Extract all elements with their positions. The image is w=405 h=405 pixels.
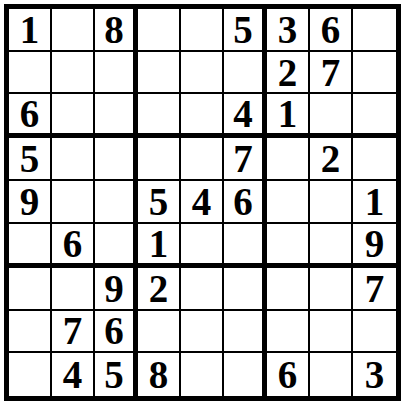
sudoku-cell-r6c3[interactable] bbox=[95, 224, 138, 268]
sudoku-cell-r1c7[interactable]: 3 bbox=[267, 9, 310, 52]
sudoku-cell-r9c4[interactable]: 8 bbox=[138, 353, 181, 396]
sudoku-cell-r1c4[interactable] bbox=[138, 9, 181, 52]
sudoku-cell-r8c5[interactable] bbox=[181, 311, 224, 354]
sudoku-cell-r5c4[interactable]: 5 bbox=[138, 181, 181, 224]
sudoku-cell-r2c2[interactable] bbox=[52, 52, 95, 95]
sudoku-cell-r5c2[interactable] bbox=[52, 181, 95, 224]
sudoku-cell-r6c4[interactable]: 1 bbox=[138, 224, 181, 268]
sudoku-cell-r5c8[interactable] bbox=[310, 181, 353, 224]
sudoku-cell-r3c3[interactable] bbox=[95, 94, 138, 138]
sudoku-cell-r4c5[interactable] bbox=[181, 138, 224, 181]
sudoku-cell-r2c5[interactable] bbox=[181, 52, 224, 95]
sudoku-cell-r7c4[interactable]: 2 bbox=[138, 268, 181, 311]
sudoku-cell-r8c2[interactable]: 7 bbox=[52, 311, 95, 354]
sudoku-cell-r4c4[interactable] bbox=[138, 138, 181, 181]
sudoku-cell-r5c5[interactable]: 4 bbox=[181, 181, 224, 224]
sudoku-cell-r3c6[interactable]: 4 bbox=[224, 94, 267, 138]
sudoku-cell-r5c7[interactable] bbox=[267, 181, 310, 224]
sudoku-cell-r3c5[interactable] bbox=[181, 94, 224, 138]
sudoku-cell-r2c8[interactable]: 7 bbox=[310, 52, 353, 95]
sudoku-cell-r7c7[interactable] bbox=[267, 268, 310, 311]
sudoku-cell-r7c3[interactable]: 9 bbox=[95, 268, 138, 311]
sudoku-cell-r9c3[interactable]: 5 bbox=[95, 353, 138, 396]
sudoku-cell-r8c3[interactable]: 6 bbox=[95, 311, 138, 354]
sudoku-cell-r6c7[interactable] bbox=[267, 224, 310, 268]
sudoku-cell-r7c6[interactable] bbox=[224, 268, 267, 311]
sudoku-cell-r1c2[interactable] bbox=[52, 9, 95, 52]
sudoku-cell-r8c4[interactable] bbox=[138, 311, 181, 354]
sudoku-cell-r1c5[interactable] bbox=[181, 9, 224, 52]
sudoku-cell-r3c8[interactable] bbox=[310, 94, 353, 138]
sudoku-cell-r8c6[interactable] bbox=[224, 311, 267, 354]
sudoku-cell-r7c1[interactable] bbox=[9, 268, 52, 311]
sudoku-cell-r2c3[interactable] bbox=[95, 52, 138, 95]
sudoku-cell-r7c8[interactable] bbox=[310, 268, 353, 311]
sudoku-cell-r4c6[interactable]: 7 bbox=[224, 138, 267, 181]
sudoku-cell-r9c2[interactable]: 4 bbox=[52, 353, 95, 396]
sudoku-cell-r3c9[interactable] bbox=[353, 94, 396, 138]
sudoku-cell-r4c2[interactable] bbox=[52, 138, 95, 181]
sudoku-cell-r1c9[interactable] bbox=[353, 9, 396, 52]
sudoku-cell-r3c2[interactable] bbox=[52, 94, 95, 138]
sudoku-cell-r6c8[interactable] bbox=[310, 224, 353, 268]
sudoku-cell-r5c3[interactable] bbox=[95, 181, 138, 224]
sudoku-cell-r6c1[interactable] bbox=[9, 224, 52, 268]
sudoku-cell-r2c4[interactable] bbox=[138, 52, 181, 95]
sudoku-cell-r9c1[interactable] bbox=[9, 353, 52, 396]
sudoku-cell-r7c9[interactable]: 7 bbox=[353, 268, 396, 311]
sudoku-cell-r6c5[interactable] bbox=[181, 224, 224, 268]
sudoku-cell-r4c7[interactable] bbox=[267, 138, 310, 181]
sudoku-cell-r9c7[interactable]: 6 bbox=[267, 353, 310, 396]
sudoku-cell-r8c8[interactable] bbox=[310, 311, 353, 354]
sudoku-cell-r2c7[interactable]: 2 bbox=[267, 52, 310, 95]
sudoku-cell-r9c6[interactable] bbox=[224, 353, 267, 396]
sudoku-cell-r4c8[interactable]: 2 bbox=[310, 138, 353, 181]
sudoku-board: 1853627641572954616199277645863 bbox=[4, 4, 401, 401]
sudoku-cell-r9c8[interactable] bbox=[310, 353, 353, 396]
sudoku-cell-r1c1[interactable]: 1 bbox=[9, 9, 52, 52]
sudoku-cell-r3c7[interactable]: 1 bbox=[267, 94, 310, 138]
sudoku-cell-r8c9[interactable] bbox=[353, 311, 396, 354]
sudoku-cell-r6c2[interactable]: 6 bbox=[52, 224, 95, 268]
sudoku-cell-r8c1[interactable] bbox=[9, 311, 52, 354]
sudoku-cell-r2c1[interactable] bbox=[9, 52, 52, 95]
sudoku-cell-r4c3[interactable] bbox=[95, 138, 138, 181]
sudoku-cell-r2c6[interactable] bbox=[224, 52, 267, 95]
sudoku-cell-r3c1[interactable]: 6 bbox=[9, 94, 52, 138]
sudoku-cell-r3c4[interactable] bbox=[138, 94, 181, 138]
sudoku-cell-r7c5[interactable] bbox=[181, 268, 224, 311]
sudoku-cell-r4c9[interactable] bbox=[353, 138, 396, 181]
sudoku-cell-r4c1[interactable]: 5 bbox=[9, 138, 52, 181]
sudoku-cell-r1c8[interactable]: 6 bbox=[310, 9, 353, 52]
sudoku-cell-r2c9[interactable] bbox=[353, 52, 396, 95]
sudoku-cell-r1c6[interactable]: 5 bbox=[224, 9, 267, 52]
sudoku-cell-r9c9[interactable]: 3 bbox=[353, 353, 396, 396]
sudoku-cell-r6c6[interactable] bbox=[224, 224, 267, 268]
page-background: 1853627641572954616199277645863 bbox=[0, 0, 405, 405]
sudoku-cell-r6c9[interactable]: 9 bbox=[353, 224, 396, 268]
sudoku-cell-r8c7[interactable] bbox=[267, 311, 310, 354]
sudoku-cell-r5c6[interactable]: 6 bbox=[224, 181, 267, 224]
sudoku-cell-r7c2[interactable] bbox=[52, 268, 95, 311]
sudoku-cell-r5c9[interactable]: 1 bbox=[353, 181, 396, 224]
sudoku-cell-r1c3[interactable]: 8 bbox=[95, 9, 138, 52]
sudoku-cell-r5c1[interactable]: 9 bbox=[9, 181, 52, 224]
sudoku-cell-r9c5[interactable] bbox=[181, 353, 224, 396]
